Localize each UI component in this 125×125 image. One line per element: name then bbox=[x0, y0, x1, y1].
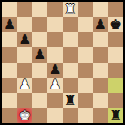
square-c6[interactable] bbox=[32, 32, 47, 47]
square-a8[interactable] bbox=[2, 2, 17, 17]
black-pawn[interactable]: ♟ bbox=[49, 63, 61, 77]
square-e2[interactable]: ♜ bbox=[63, 93, 78, 108]
square-b8[interactable] bbox=[17, 2, 32, 17]
square-f5[interactable] bbox=[78, 47, 93, 62]
square-a1[interactable] bbox=[2, 108, 17, 123]
black-pawn[interactable]: ♟ bbox=[19, 33, 31, 47]
square-h8[interactable] bbox=[108, 2, 123, 17]
square-f1[interactable] bbox=[78, 108, 93, 123]
square-c4[interactable] bbox=[32, 63, 47, 78]
square-b7[interactable] bbox=[17, 17, 32, 32]
square-g4[interactable] bbox=[93, 63, 108, 78]
square-b1[interactable]: ♚ bbox=[17, 108, 32, 123]
square-c8[interactable] bbox=[32, 2, 47, 17]
white-king[interactable]: ♚ bbox=[19, 108, 31, 122]
square-b6[interactable]: ♟ bbox=[17, 32, 32, 47]
square-g3[interactable] bbox=[93, 78, 108, 93]
square-h2[interactable] bbox=[108, 93, 123, 108]
square-a4[interactable] bbox=[2, 63, 17, 78]
square-a7[interactable]: ♟ bbox=[2, 17, 17, 32]
square-h6[interactable] bbox=[108, 32, 123, 47]
black-pawn[interactable]: ♟ bbox=[4, 17, 16, 31]
square-a3[interactable] bbox=[2, 78, 17, 93]
square-e1[interactable] bbox=[63, 108, 78, 123]
square-h7[interactable]: ♚ bbox=[108, 17, 123, 32]
white-pawn[interactable]: ♟ bbox=[49, 78, 61, 92]
square-e4[interactable] bbox=[63, 63, 78, 78]
square-h4[interactable] bbox=[108, 63, 123, 78]
square-g1[interactable] bbox=[93, 108, 108, 123]
square-g6[interactable] bbox=[93, 32, 108, 47]
square-e6[interactable] bbox=[63, 32, 78, 47]
square-b5[interactable] bbox=[17, 47, 32, 62]
square-d7[interactable] bbox=[47, 17, 62, 32]
square-d2[interactable] bbox=[47, 93, 62, 108]
square-c1[interactable] bbox=[32, 108, 47, 123]
square-h3[interactable] bbox=[108, 78, 123, 93]
square-c7[interactable] bbox=[32, 17, 47, 32]
square-b3[interactable]: ♟ bbox=[17, 78, 32, 93]
square-e7[interactable] bbox=[63, 17, 78, 32]
black-rook[interactable]: ♜ bbox=[109, 108, 121, 122]
chess-board: ♜♟♟♚♟♟♟♟♟♜♚♜ bbox=[2, 2, 123, 123]
black-pawn[interactable]: ♟ bbox=[94, 17, 106, 31]
square-d3[interactable]: ♟ bbox=[47, 78, 62, 93]
square-e5[interactable] bbox=[63, 47, 78, 62]
square-b2[interactable] bbox=[17, 93, 32, 108]
square-f3[interactable] bbox=[78, 78, 93, 93]
square-d5[interactable] bbox=[47, 47, 62, 62]
square-h1[interactable]: ♜ bbox=[108, 108, 123, 123]
square-e3[interactable] bbox=[63, 78, 78, 93]
black-king[interactable]: ♚ bbox=[109, 17, 121, 31]
square-e8[interactable]: ♜ bbox=[63, 2, 78, 17]
square-a2[interactable] bbox=[2, 93, 17, 108]
square-f7[interactable] bbox=[78, 17, 93, 32]
square-b4[interactable] bbox=[17, 63, 32, 78]
square-c3[interactable] bbox=[32, 78, 47, 93]
square-a6[interactable] bbox=[2, 32, 17, 47]
chess-board-frame: ♜♟♟♚♟♟♟♟♟♜♚♜ bbox=[0, 0, 125, 125]
square-f8[interactable] bbox=[78, 2, 93, 17]
square-f4[interactable] bbox=[78, 63, 93, 78]
square-c5[interactable]: ♟ bbox=[32, 47, 47, 62]
square-g8[interactable] bbox=[93, 2, 108, 17]
square-g7[interactable]: ♟ bbox=[93, 17, 108, 32]
square-f6[interactable] bbox=[78, 32, 93, 47]
square-d1[interactable] bbox=[47, 108, 62, 123]
square-g5[interactable] bbox=[93, 47, 108, 62]
square-c2[interactable] bbox=[32, 93, 47, 108]
white-pawn[interactable]: ♟ bbox=[19, 78, 31, 92]
white-rook[interactable]: ♜ bbox=[64, 2, 76, 16]
black-rook[interactable]: ♜ bbox=[64, 93, 76, 107]
black-pawn[interactable]: ♟ bbox=[34, 48, 46, 62]
square-f2[interactable] bbox=[78, 93, 93, 108]
square-d4[interactable]: ♟ bbox=[47, 63, 62, 78]
square-d8[interactable] bbox=[47, 2, 62, 17]
square-g2[interactable] bbox=[93, 93, 108, 108]
square-a5[interactable] bbox=[2, 47, 17, 62]
square-d6[interactable] bbox=[47, 32, 62, 47]
square-h5[interactable] bbox=[108, 47, 123, 62]
